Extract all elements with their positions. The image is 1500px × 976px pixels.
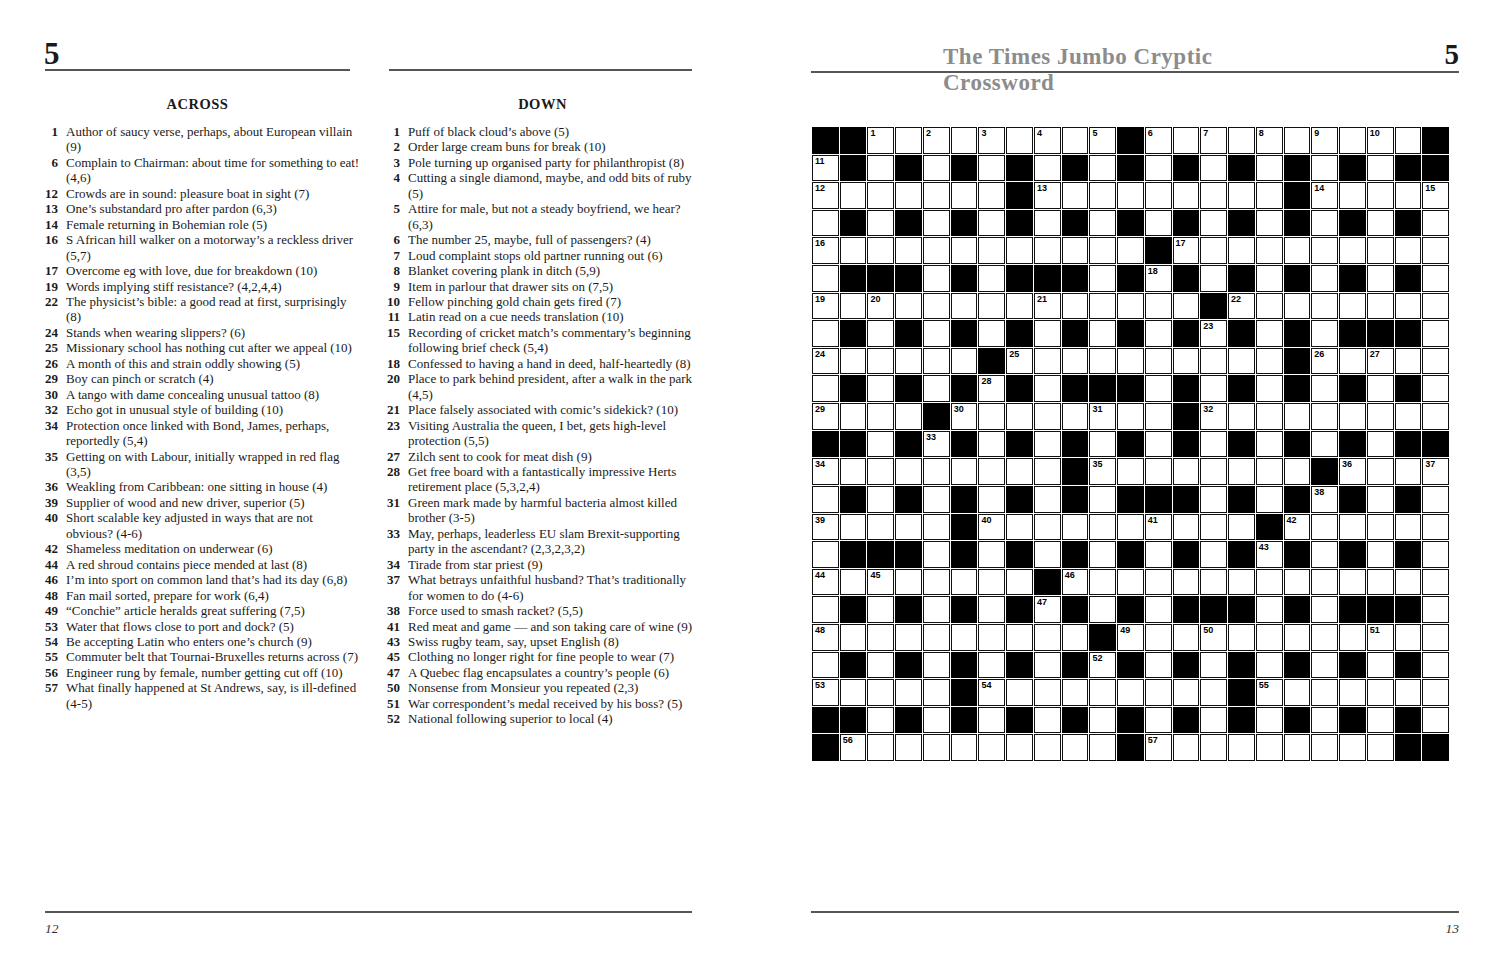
white-cell[interactable]	[1367, 403, 1394, 430]
white-cell[interactable]	[1117, 514, 1144, 541]
white-cell[interactable]	[1173, 127, 1200, 154]
white-cell[interactable]	[1228, 127, 1255, 154]
white-cell[interactable]	[951, 458, 978, 485]
white-cell[interactable]: 39	[812, 514, 839, 541]
white-cell[interactable]: 50	[1200, 624, 1227, 651]
white-cell[interactable]	[951, 569, 978, 596]
white-cell[interactable]	[1256, 210, 1283, 237]
white-cell[interactable]: 5	[1089, 127, 1116, 154]
white-cell[interactable]: 56	[840, 734, 867, 761]
white-cell[interactable]: 52	[1089, 652, 1116, 679]
white-cell[interactable]	[1089, 348, 1116, 375]
white-cell[interactable]	[923, 320, 950, 347]
white-cell[interactable]	[840, 514, 867, 541]
white-cell[interactable]	[1006, 458, 1033, 485]
white-cell[interactable]	[1311, 734, 1338, 761]
white-cell[interactable]	[895, 348, 922, 375]
white-cell[interactable]	[1422, 541, 1449, 568]
white-cell[interactable]	[1089, 734, 1116, 761]
white-cell[interactable]	[1006, 127, 1033, 154]
white-cell[interactable]	[1311, 431, 1338, 458]
white-cell[interactable]: 4	[1034, 127, 1061, 154]
white-cell[interactable]	[1395, 293, 1422, 320]
white-cell[interactable]: 45	[867, 569, 894, 596]
white-cell[interactable]	[1367, 265, 1394, 292]
white-cell[interactable]	[1145, 541, 1172, 568]
white-cell[interactable]	[923, 569, 950, 596]
white-cell[interactable]	[1089, 320, 1116, 347]
white-cell[interactable]	[1422, 403, 1449, 430]
white-cell[interactable]	[1311, 541, 1338, 568]
white-cell[interactable]	[895, 237, 922, 264]
white-cell[interactable]	[923, 624, 950, 651]
white-cell[interactable]	[1311, 514, 1338, 541]
white-cell[interactable]	[923, 348, 950, 375]
white-cell[interactable]	[978, 155, 1005, 182]
white-cell[interactable]	[1311, 293, 1338, 320]
white-cell[interactable]	[1145, 458, 1172, 485]
white-cell[interactable]: 35	[1089, 458, 1116, 485]
white-cell[interactable]	[867, 431, 894, 458]
white-cell[interactable]	[867, 624, 894, 651]
white-cell[interactable]	[951, 127, 978, 154]
white-cell[interactable]	[1034, 320, 1061, 347]
white-cell[interactable]	[1367, 652, 1394, 679]
white-cell[interactable]	[1311, 569, 1338, 596]
white-cell[interactable]	[1256, 458, 1283, 485]
white-cell[interactable]: 19	[812, 293, 839, 320]
white-cell[interactable]	[1256, 182, 1283, 209]
white-cell[interactable]	[1228, 734, 1255, 761]
white-cell[interactable]	[1395, 569, 1422, 596]
white-cell[interactable]	[1145, 375, 1172, 402]
white-cell[interactable]	[1145, 210, 1172, 237]
white-cell[interactable]	[1228, 348, 1255, 375]
white-cell[interactable]	[1200, 182, 1227, 209]
white-cell[interactable]	[1228, 514, 1255, 541]
white-cell[interactable]	[1311, 210, 1338, 237]
white-cell[interactable]	[1284, 734, 1311, 761]
white-cell[interactable]	[1256, 624, 1283, 651]
white-cell[interactable]	[1367, 210, 1394, 237]
white-cell[interactable]	[867, 320, 894, 347]
white-cell[interactable]	[1395, 458, 1422, 485]
white-cell[interactable]	[1006, 514, 1033, 541]
white-cell[interactable]	[1089, 569, 1116, 596]
white-cell[interactable]	[1062, 679, 1089, 706]
white-cell[interactable]	[840, 237, 867, 264]
white-cell[interactable]	[1117, 403, 1144, 430]
white-cell[interactable]: 51	[1367, 624, 1394, 651]
white-cell[interactable]	[1422, 265, 1449, 292]
white-cell[interactable]	[1145, 652, 1172, 679]
white-cell[interactable]	[1173, 458, 1200, 485]
white-cell[interactable]	[1006, 679, 1033, 706]
white-cell[interactable]	[923, 514, 950, 541]
white-cell[interactable]	[1173, 734, 1200, 761]
white-cell[interactable]	[923, 210, 950, 237]
white-cell[interactable]	[1089, 596, 1116, 623]
white-cell[interactable]	[895, 624, 922, 651]
white-cell[interactable]	[1284, 403, 1311, 430]
white-cell[interactable]	[1422, 320, 1449, 347]
white-cell[interactable]	[1145, 182, 1172, 209]
white-cell[interactable]	[1200, 514, 1227, 541]
white-cell[interactable]	[1034, 679, 1061, 706]
white-cell[interactable]	[1117, 293, 1144, 320]
white-cell[interactable]: 37	[1422, 458, 1449, 485]
white-cell[interactable]	[923, 596, 950, 623]
white-cell[interactable]: 27	[1367, 348, 1394, 375]
white-cell[interactable]: 3	[978, 127, 1005, 154]
white-cell[interactable]: 55	[1256, 679, 1283, 706]
white-cell[interactable]	[1034, 486, 1061, 513]
white-cell[interactable]	[1145, 348, 1172, 375]
white-cell[interactable]: 7	[1200, 127, 1227, 154]
white-cell[interactable]	[1062, 348, 1089, 375]
white-cell[interactable]	[840, 293, 867, 320]
white-cell[interactable]	[1145, 679, 1172, 706]
white-cell[interactable]	[1311, 155, 1338, 182]
white-cell[interactable]	[1200, 348, 1227, 375]
white-cell[interactable]	[895, 734, 922, 761]
white-cell[interactable]	[1089, 265, 1116, 292]
white-cell[interactable]	[1367, 237, 1394, 264]
white-cell[interactable]	[1339, 127, 1366, 154]
white-cell[interactable]	[1311, 320, 1338, 347]
white-cell[interactable]	[1367, 458, 1394, 485]
white-cell[interactable]	[923, 182, 950, 209]
white-cell[interactable]	[1173, 348, 1200, 375]
white-cell[interactable]	[923, 707, 950, 734]
white-cell[interactable]	[867, 458, 894, 485]
white-cell[interactable]	[867, 348, 894, 375]
white-cell[interactable]	[923, 541, 950, 568]
white-cell[interactable]	[951, 734, 978, 761]
white-cell[interactable]	[1367, 734, 1394, 761]
white-cell[interactable]	[1311, 624, 1338, 651]
white-cell[interactable]	[951, 348, 978, 375]
white-cell[interactable]	[1089, 182, 1116, 209]
white-cell[interactable]	[978, 707, 1005, 734]
white-cell[interactable]	[1173, 182, 1200, 209]
white-cell[interactable]	[1228, 458, 1255, 485]
white-cell[interactable]	[1089, 431, 1116, 458]
white-cell[interactable]	[1256, 155, 1283, 182]
white-cell[interactable]: 28	[978, 375, 1005, 402]
white-cell[interactable]	[923, 375, 950, 402]
white-cell[interactable]	[1256, 320, 1283, 347]
white-cell[interactable]	[812, 486, 839, 513]
white-cell[interactable]	[840, 182, 867, 209]
white-cell[interactable]	[1311, 265, 1338, 292]
white-cell[interactable]	[1145, 707, 1172, 734]
white-cell[interactable]	[1034, 541, 1061, 568]
white-cell[interactable]	[1311, 679, 1338, 706]
white-cell[interactable]	[1367, 486, 1394, 513]
white-cell[interactable]	[1062, 514, 1089, 541]
white-cell[interactable]: 16	[812, 237, 839, 264]
white-cell[interactable]: 42	[1284, 514, 1311, 541]
white-cell[interactable]	[812, 375, 839, 402]
white-cell[interactable]	[1089, 486, 1116, 513]
white-cell[interactable]	[1200, 431, 1227, 458]
white-cell[interactable]: 32	[1200, 403, 1227, 430]
white-cell[interactable]	[1200, 652, 1227, 679]
white-cell[interactable]	[1089, 293, 1116, 320]
white-cell[interactable]	[1256, 403, 1283, 430]
white-cell[interactable]	[1422, 348, 1449, 375]
white-cell[interactable]	[1117, 348, 1144, 375]
white-cell[interactable]	[1367, 569, 1394, 596]
white-cell[interactable]	[1256, 265, 1283, 292]
white-cell[interactable]	[1062, 734, 1089, 761]
white-cell[interactable]	[923, 265, 950, 292]
white-cell[interactable]: 34	[812, 458, 839, 485]
white-cell[interactable]	[1089, 541, 1116, 568]
white-cell[interactable]	[1256, 652, 1283, 679]
white-cell[interactable]	[840, 348, 867, 375]
white-cell[interactable]	[1173, 624, 1200, 651]
white-cell[interactable]: 24	[812, 348, 839, 375]
white-cell[interactable]	[1339, 403, 1366, 430]
white-cell[interactable]	[1034, 707, 1061, 734]
white-cell[interactable]	[978, 596, 1005, 623]
white-cell[interactable]	[1200, 265, 1227, 292]
white-cell[interactable]	[951, 237, 978, 264]
white-cell[interactable]	[1089, 237, 1116, 264]
white-cell[interactable]: 49	[1117, 624, 1144, 651]
white-cell[interactable]	[1339, 348, 1366, 375]
white-cell[interactable]	[1200, 375, 1227, 402]
white-cell[interactable]	[1034, 348, 1061, 375]
white-cell[interactable]	[1256, 293, 1283, 320]
white-cell[interactable]	[1256, 734, 1283, 761]
white-cell[interactable]: 15	[1422, 182, 1449, 209]
white-cell[interactable]	[1200, 458, 1227, 485]
white-cell[interactable]	[1145, 431, 1172, 458]
white-cell[interactable]: 33	[923, 431, 950, 458]
white-cell[interactable]	[1200, 707, 1227, 734]
white-cell[interactable]	[923, 652, 950, 679]
white-cell[interactable]	[1034, 652, 1061, 679]
white-cell[interactable]	[1256, 375, 1283, 402]
white-cell[interactable]	[1228, 182, 1255, 209]
white-cell[interactable]	[1006, 734, 1033, 761]
white-cell[interactable]	[923, 734, 950, 761]
white-cell[interactable]	[1339, 734, 1366, 761]
white-cell[interactable]	[978, 486, 1005, 513]
white-cell[interactable]	[1395, 348, 1422, 375]
white-cell[interactable]: 21	[1034, 293, 1061, 320]
white-cell[interactable]	[867, 734, 894, 761]
white-cell[interactable]	[1339, 237, 1366, 264]
white-cell[interactable]: 38	[1311, 486, 1338, 513]
white-cell[interactable]	[895, 293, 922, 320]
white-cell[interactable]	[978, 320, 1005, 347]
white-cell[interactable]	[1089, 679, 1116, 706]
white-cell[interactable]	[1256, 431, 1283, 458]
white-cell[interactable]: 57	[1145, 734, 1172, 761]
white-cell[interactable]	[812, 320, 839, 347]
white-cell[interactable]	[895, 403, 922, 430]
white-cell[interactable]: 1	[867, 127, 894, 154]
white-cell[interactable]	[1200, 541, 1227, 568]
white-cell[interactable]: 53	[812, 679, 839, 706]
white-cell[interactable]	[1311, 707, 1338, 734]
white-cell[interactable]	[1422, 569, 1449, 596]
white-cell[interactable]	[1006, 403, 1033, 430]
white-cell[interactable]: 30	[951, 403, 978, 430]
white-cell[interactable]	[867, 155, 894, 182]
white-cell[interactable]: 23	[1200, 320, 1227, 347]
white-cell[interactable]: 41	[1145, 514, 1172, 541]
white-cell[interactable]	[923, 486, 950, 513]
white-cell[interactable]: 46	[1062, 569, 1089, 596]
white-cell[interactable]: 17	[1173, 237, 1200, 264]
white-cell[interactable]	[1200, 155, 1227, 182]
white-cell[interactable]	[1200, 569, 1227, 596]
white-cell[interactable]	[978, 734, 1005, 761]
white-cell[interactable]	[978, 265, 1005, 292]
white-cell[interactable]	[1339, 514, 1366, 541]
white-cell[interactable]	[1006, 569, 1033, 596]
white-cell[interactable]	[1256, 486, 1283, 513]
white-cell[interactable]	[1422, 652, 1449, 679]
white-cell[interactable]	[840, 403, 867, 430]
white-cell[interactable]	[1117, 458, 1144, 485]
white-cell[interactable]	[867, 596, 894, 623]
white-cell[interactable]	[923, 679, 950, 706]
white-cell[interactable]: 29	[812, 403, 839, 430]
white-cell[interactable]	[1200, 734, 1227, 761]
white-cell[interactable]	[1284, 569, 1311, 596]
white-cell[interactable]	[1145, 155, 1172, 182]
white-cell[interactable]: 2	[923, 127, 950, 154]
white-cell[interactable]	[978, 182, 1005, 209]
white-cell[interactable]	[867, 375, 894, 402]
white-cell[interactable]	[1228, 624, 1255, 651]
white-cell[interactable]	[978, 403, 1005, 430]
white-cell[interactable]	[1395, 679, 1422, 706]
white-cell[interactable]	[1311, 237, 1338, 264]
white-cell[interactable]	[1089, 210, 1116, 237]
white-cell[interactable]	[923, 293, 950, 320]
white-cell[interactable]: 11	[812, 155, 839, 182]
white-cell[interactable]	[867, 514, 894, 541]
white-cell[interactable]	[1173, 679, 1200, 706]
white-cell[interactable]	[867, 403, 894, 430]
white-cell[interactable]	[1367, 293, 1394, 320]
white-cell[interactable]	[1367, 431, 1394, 458]
white-cell[interactable]	[1200, 237, 1227, 264]
white-cell[interactable]	[1256, 707, 1283, 734]
white-cell[interactable]	[1034, 734, 1061, 761]
white-cell[interactable]	[867, 210, 894, 237]
white-cell[interactable]	[1256, 348, 1283, 375]
white-cell[interactable]	[1062, 127, 1089, 154]
white-cell[interactable]	[840, 624, 867, 651]
white-cell[interactable]	[923, 155, 950, 182]
white-cell[interactable]	[1256, 237, 1283, 264]
white-cell[interactable]	[812, 265, 839, 292]
white-cell[interactable]: 36	[1339, 458, 1366, 485]
white-cell[interactable]	[1311, 403, 1338, 430]
white-cell[interactable]	[1256, 596, 1283, 623]
white-cell[interactable]	[1422, 596, 1449, 623]
white-cell[interactable]	[1367, 155, 1394, 182]
white-cell[interactable]	[978, 293, 1005, 320]
white-cell[interactable]	[840, 458, 867, 485]
white-cell[interactable]	[895, 514, 922, 541]
white-cell[interactable]	[1228, 237, 1255, 264]
white-cell[interactable]	[812, 541, 839, 568]
white-cell[interactable]	[978, 569, 1005, 596]
white-cell[interactable]: 22	[1228, 293, 1255, 320]
white-cell[interactable]	[1311, 596, 1338, 623]
white-cell[interactable]	[1200, 486, 1227, 513]
white-cell[interactable]	[978, 237, 1005, 264]
white-cell[interactable]: 26	[1311, 348, 1338, 375]
white-cell[interactable]	[1367, 514, 1394, 541]
white-cell[interactable]	[1395, 403, 1422, 430]
white-cell[interactable]	[1117, 679, 1144, 706]
white-cell[interactable]	[951, 624, 978, 651]
white-cell[interactable]	[1034, 431, 1061, 458]
white-cell[interactable]	[1284, 293, 1311, 320]
white-cell[interactable]	[1089, 707, 1116, 734]
white-cell[interactable]	[1339, 569, 1366, 596]
white-cell[interactable]	[1145, 596, 1172, 623]
white-cell[interactable]	[1034, 237, 1061, 264]
white-cell[interactable]	[1367, 182, 1394, 209]
white-cell[interactable]	[1395, 514, 1422, 541]
white-cell[interactable]	[1200, 679, 1227, 706]
white-cell[interactable]	[1395, 127, 1422, 154]
white-cell[interactable]: 13	[1034, 182, 1061, 209]
white-cell[interactable]	[895, 127, 922, 154]
white-cell[interactable]	[1117, 182, 1144, 209]
white-cell[interactable]	[923, 237, 950, 264]
white-cell[interactable]	[1034, 514, 1061, 541]
white-cell[interactable]	[1062, 624, 1089, 651]
white-cell[interactable]: 14	[1311, 182, 1338, 209]
white-cell[interactable]	[1367, 375, 1394, 402]
white-cell[interactable]: 18	[1145, 265, 1172, 292]
white-cell[interactable]	[1062, 237, 1089, 264]
white-cell[interactable]	[1311, 375, 1338, 402]
white-cell[interactable]	[1228, 403, 1255, 430]
white-cell[interactable]	[1284, 127, 1311, 154]
white-cell[interactable]	[1422, 237, 1449, 264]
white-cell[interactable]: 54	[978, 679, 1005, 706]
white-cell[interactable]	[1422, 293, 1449, 320]
white-cell[interactable]: 40	[978, 514, 1005, 541]
white-cell[interactable]	[978, 541, 1005, 568]
white-cell[interactable]	[1228, 569, 1255, 596]
white-cell[interactable]	[1006, 624, 1033, 651]
white-cell[interactable]	[1284, 458, 1311, 485]
white-cell[interactable]	[1339, 182, 1366, 209]
white-cell[interactable]	[978, 210, 1005, 237]
white-cell[interactable]: 48	[812, 624, 839, 651]
white-cell[interactable]	[1034, 155, 1061, 182]
white-cell[interactable]: 6	[1145, 127, 1172, 154]
white-cell[interactable]	[1062, 182, 1089, 209]
white-cell[interactable]	[978, 652, 1005, 679]
white-cell[interactable]	[923, 458, 950, 485]
white-cell[interactable]	[1117, 237, 1144, 264]
